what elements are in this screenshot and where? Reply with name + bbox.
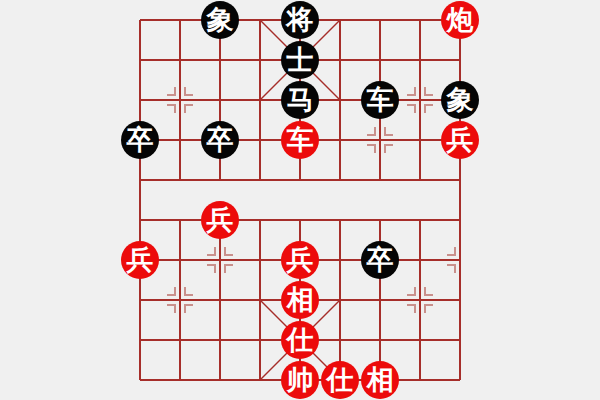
piece-red-general[interactable]: 帅	[281, 361, 319, 399]
piece-black-soldier[interactable]: 卒	[121, 121, 159, 159]
piece-black-elephant[interactable]: 象	[201, 1, 239, 39]
board-grid: 象将炮士马车象卒卒车兵兵兵兵卒相仕帅仕相	[120, 0, 480, 400]
piece-black-soldier[interactable]: 卒	[201, 121, 239, 159]
piece-red-advisor[interactable]: 仕	[281, 321, 319, 359]
piece-red-advisor[interactable]: 仕	[321, 361, 359, 399]
piece-black-horse[interactable]: 马	[281, 81, 319, 119]
piece-red-soldier[interactable]: 兵	[441, 121, 479, 159]
piece-red-chariot[interactable]: 车	[281, 121, 319, 159]
piece-black-elephant[interactable]: 象	[441, 81, 479, 119]
piece-black-general[interactable]: 将	[281, 1, 319, 39]
piece-red-cannon[interactable]: 炮	[441, 1, 479, 39]
piece-black-soldier[interactable]: 卒	[361, 241, 399, 279]
piece-red-soldier[interactable]: 兵	[201, 201, 239, 239]
piece-black-chariot[interactable]: 车	[361, 81, 399, 119]
piece-black-advisor[interactable]: 士	[281, 41, 319, 79]
piece-red-elephant[interactable]: 相	[361, 361, 399, 399]
piece-red-elephant[interactable]: 相	[281, 281, 319, 319]
piece-red-soldier[interactable]: 兵	[121, 241, 159, 279]
xiangqi-board: 象将炮士马车象卒卒车兵兵兵兵卒相仕帅仕相	[0, 0, 600, 400]
piece-red-soldier[interactable]: 兵	[281, 241, 319, 279]
